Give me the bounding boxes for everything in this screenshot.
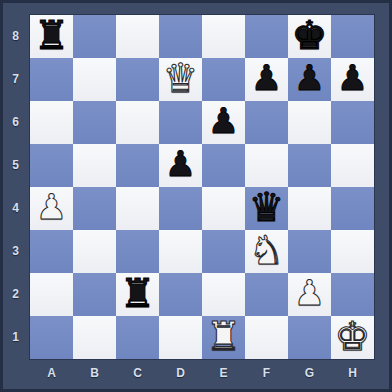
square-a1[interactable]: [30, 316, 73, 359]
rank-label-1: 1: [3, 316, 28, 359]
square-d1[interactable]: [159, 316, 202, 359]
square-c7[interactable]: [116, 58, 159, 101]
square-d3[interactable]: [159, 230, 202, 273]
square-a3[interactable]: [30, 230, 73, 273]
square-c5[interactable]: [116, 144, 159, 187]
square-d5[interactable]: ♟: [159, 144, 202, 187]
piece-white-king-h1[interactable]: ♚: [335, 316, 371, 358]
file-label-b: B: [73, 360, 116, 386]
square-f5[interactable]: [245, 144, 288, 187]
piece-black-queen-f4[interactable]: ♛: [249, 187, 285, 229]
square-e3[interactable]: [202, 230, 245, 273]
square-b1[interactable]: [73, 316, 116, 359]
square-f6[interactable]: [245, 101, 288, 144]
square-b2[interactable]: [73, 273, 116, 316]
square-h3[interactable]: [331, 230, 374, 273]
file-label-h: H: [331, 360, 374, 386]
square-f2[interactable]: [245, 273, 288, 316]
square-f1[interactable]: [245, 316, 288, 359]
piece-black-rook-a8[interactable]: ♜: [34, 15, 70, 57]
piece-white-knight-f3[interactable]: ♞: [249, 230, 285, 272]
square-d4[interactable]: [159, 187, 202, 230]
square-h7[interactable]: ♟: [331, 58, 374, 101]
rank-label-7: 7: [3, 58, 28, 101]
piece-black-pawn-d5[interactable]: ♟: [165, 144, 196, 186]
square-e4[interactable]: [202, 187, 245, 230]
piece-black-king-g8[interactable]: ♚: [292, 15, 328, 57]
square-a5[interactable]: [30, 144, 73, 187]
piece-white-rook-e1[interactable]: ♜: [206, 316, 242, 358]
square-g8[interactable]: ♚: [288, 15, 331, 58]
square-e2[interactable]: [202, 273, 245, 316]
rank-label-8: 8: [3, 15, 28, 58]
square-g5[interactable]: [288, 144, 331, 187]
square-c8[interactable]: [116, 15, 159, 58]
piece-white-pawn-g2[interactable]: ♟: [294, 273, 325, 315]
square-d8[interactable]: [159, 15, 202, 58]
file-label-c: C: [116, 360, 159, 386]
square-g4[interactable]: [288, 187, 331, 230]
square-f7[interactable]: ♟: [245, 58, 288, 101]
square-g6[interactable]: [288, 101, 331, 144]
file-label-g: G: [288, 360, 331, 386]
square-b7[interactable]: [73, 58, 116, 101]
square-f8[interactable]: [245, 15, 288, 58]
square-a7[interactable]: [30, 58, 73, 101]
square-c3[interactable]: [116, 230, 159, 273]
square-b6[interactable]: [73, 101, 116, 144]
square-f3[interactable]: ♞: [245, 230, 288, 273]
square-d7[interactable]: ♛: [159, 58, 202, 101]
square-g2[interactable]: ♟: [288, 273, 331, 316]
square-d6[interactable]: [159, 101, 202, 144]
square-a6[interactable]: [30, 101, 73, 144]
square-h4[interactable]: [331, 187, 374, 230]
square-b5[interactable]: [73, 144, 116, 187]
square-h2[interactable]: [331, 273, 374, 316]
chess-board-frame: ♜♚♛♟♟♟♟♟♟♛♞♜♟♜♚ 87654321ABCDEFGH: [0, 0, 392, 392]
square-b4[interactable]: [73, 187, 116, 230]
square-e7[interactable]: [202, 58, 245, 101]
piece-black-rook-c2[interactable]: ♜: [120, 273, 156, 315]
square-c4[interactable]: [116, 187, 159, 230]
file-label-e: E: [202, 360, 245, 386]
rank-label-3: 3: [3, 230, 28, 273]
square-f4[interactable]: ♛: [245, 187, 288, 230]
rank-label-6: 6: [3, 101, 28, 144]
board: ♜♚♛♟♟♟♟♟♟♛♞♜♟♜♚: [29, 14, 375, 360]
square-a8[interactable]: ♜: [30, 15, 73, 58]
rank-label-5: 5: [3, 144, 28, 187]
square-b3[interactable]: [73, 230, 116, 273]
square-e6[interactable]: ♟: [202, 101, 245, 144]
file-label-a: A: [30, 360, 73, 386]
piece-black-pawn-g7[interactable]: ♟: [294, 58, 325, 100]
square-e8[interactable]: [202, 15, 245, 58]
square-e1[interactable]: ♜: [202, 316, 245, 359]
file-label-f: F: [245, 360, 288, 386]
square-c1[interactable]: [116, 316, 159, 359]
file-label-d: D: [159, 360, 202, 386]
piece-black-pawn-f7[interactable]: ♟: [251, 58, 282, 100]
piece-black-pawn-h7[interactable]: ♟: [337, 58, 368, 100]
piece-white-queen-d7[interactable]: ♛: [163, 58, 199, 100]
piece-white-pawn-a4[interactable]: ♟: [36, 187, 67, 229]
square-d2[interactable]: [159, 273, 202, 316]
square-a2[interactable]: [30, 273, 73, 316]
square-h6[interactable]: [331, 101, 374, 144]
rank-label-2: 2: [3, 273, 28, 316]
square-g7[interactable]: ♟: [288, 58, 331, 101]
rank-label-4: 4: [3, 187, 28, 230]
square-g1[interactable]: [288, 316, 331, 359]
square-b8[interactable]: [73, 15, 116, 58]
square-e5[interactable]: [202, 144, 245, 187]
square-h5[interactable]: [331, 144, 374, 187]
square-g3[interactable]: [288, 230, 331, 273]
square-c2[interactable]: ♜: [116, 273, 159, 316]
square-h8[interactable]: [331, 15, 374, 58]
square-a4[interactable]: ♟: [30, 187, 73, 230]
square-h1[interactable]: ♚: [331, 316, 374, 359]
piece-black-pawn-e6[interactable]: ♟: [208, 101, 239, 143]
square-c6[interactable]: [116, 101, 159, 144]
